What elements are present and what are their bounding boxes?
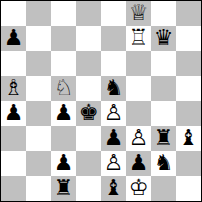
black-rook[interactable]: ♜ <box>54 176 74 200</box>
square-f2[interactable]: ♟ <box>126 151 151 176</box>
black-knight[interactable]: ♞ <box>104 76 124 100</box>
white-knight[interactable]: ♘ <box>54 76 74 100</box>
black-bishop[interactable]: ♝ <box>179 126 199 150</box>
square-e4[interactable]: ♙ <box>101 101 126 126</box>
square-c7[interactable] <box>51 26 76 51</box>
square-e2[interactable]: ♙ <box>101 151 126 176</box>
square-c2[interactable]: ♟ <box>51 151 76 176</box>
square-g2[interactable]: ♞ <box>151 151 176 176</box>
black-knight[interactable]: ♞ <box>154 151 174 175</box>
white-pawn[interactable]: ♙ <box>104 151 124 175</box>
square-d8[interactable] <box>76 1 101 26</box>
square-b1[interactable] <box>26 176 51 201</box>
square-c5[interactable]: ♘ <box>51 76 76 101</box>
square-g5[interactable] <box>151 76 176 101</box>
square-g4[interactable] <box>151 101 176 126</box>
square-f4[interactable] <box>126 101 151 126</box>
square-g8[interactable] <box>151 1 176 26</box>
square-f5[interactable] <box>126 76 151 101</box>
square-e7[interactable] <box>101 26 126 51</box>
square-b5[interactable] <box>26 76 51 101</box>
black-pawn[interactable]: ♟ <box>54 101 74 125</box>
square-c6[interactable] <box>51 51 76 76</box>
square-a1[interactable] <box>1 176 26 201</box>
square-b6[interactable] <box>26 51 51 76</box>
white-pawn[interactable]: ♙ <box>104 101 124 125</box>
square-a2[interactable] <box>1 151 26 176</box>
square-e8[interactable] <box>101 1 126 26</box>
square-h5[interactable] <box>176 76 201 101</box>
square-d3[interactable] <box>76 126 101 151</box>
white-queen[interactable]: ♕ <box>129 1 149 25</box>
square-b2[interactable] <box>26 151 51 176</box>
square-d6[interactable] <box>76 51 101 76</box>
square-h2[interactable] <box>176 151 201 176</box>
black-pawn[interactable]: ♟ <box>4 26 24 50</box>
chess-board-frame: ♕♟♖♛♗♘♞♟♟♚♙♟♙♜♝♟♙♟♞♜♝♔ <box>0 0 202 202</box>
square-a8[interactable] <box>1 1 26 26</box>
chess-board: ♕♟♖♛♗♘♞♟♟♚♙♟♙♜♝♟♙♟♞♜♝♔ <box>1 1 201 201</box>
square-g6[interactable] <box>151 51 176 76</box>
square-h4[interactable] <box>176 101 201 126</box>
black-pawn[interactable]: ♟ <box>54 151 74 175</box>
black-pawn[interactable]: ♟ <box>4 101 24 125</box>
square-d1[interactable] <box>76 176 101 201</box>
black-rook[interactable]: ♜ <box>154 126 174 150</box>
square-d4[interactable]: ♚ <box>76 101 101 126</box>
square-c1[interactable]: ♜ <box>51 176 76 201</box>
square-g3[interactable]: ♜ <box>151 126 176 151</box>
white-pawn[interactable]: ♙ <box>129 126 149 150</box>
white-king[interactable]: ♔ <box>129 176 149 200</box>
square-d5[interactable] <box>76 76 101 101</box>
square-f7[interactable]: ♖ <box>126 26 151 51</box>
black-queen[interactable]: ♛ <box>154 26 174 50</box>
black-king[interactable]: ♚ <box>79 101 99 125</box>
square-b3[interactable] <box>26 126 51 151</box>
square-e6[interactable] <box>101 51 126 76</box>
square-c8[interactable] <box>51 1 76 26</box>
square-e5[interactable]: ♞ <box>101 76 126 101</box>
square-d7[interactable] <box>76 26 101 51</box>
square-h8[interactable] <box>176 1 201 26</box>
white-rook[interactable]: ♖ <box>129 26 149 50</box>
square-f6[interactable] <box>126 51 151 76</box>
square-d2[interactable] <box>76 151 101 176</box>
black-pawn[interactable]: ♟ <box>129 151 149 175</box>
square-g1[interactable] <box>151 176 176 201</box>
square-b4[interactable] <box>26 101 51 126</box>
square-c4[interactable]: ♟ <box>51 101 76 126</box>
square-e3[interactable]: ♟ <box>101 126 126 151</box>
square-f1[interactable]: ♔ <box>126 176 151 201</box>
black-pawn[interactable]: ♟ <box>104 126 124 150</box>
square-h3[interactable]: ♝ <box>176 126 201 151</box>
square-a3[interactable] <box>1 126 26 151</box>
black-bishop[interactable]: ♝ <box>104 176 124 200</box>
square-h7[interactable] <box>176 26 201 51</box>
square-a6[interactable] <box>1 51 26 76</box>
square-c3[interactable] <box>51 126 76 151</box>
square-e1[interactable]: ♝ <box>101 176 126 201</box>
square-h6[interactable] <box>176 51 201 76</box>
square-a4[interactable]: ♟ <box>1 101 26 126</box>
square-f8[interactable]: ♕ <box>126 1 151 26</box>
square-a5[interactable]: ♗ <box>1 76 26 101</box>
square-b8[interactable] <box>26 1 51 26</box>
square-f3[interactable]: ♙ <box>126 126 151 151</box>
square-b7[interactable] <box>26 26 51 51</box>
square-h1[interactable] <box>176 176 201 201</box>
white-bishop[interactable]: ♗ <box>4 76 24 100</box>
square-g7[interactable]: ♛ <box>151 26 176 51</box>
square-a7[interactable]: ♟ <box>1 26 26 51</box>
